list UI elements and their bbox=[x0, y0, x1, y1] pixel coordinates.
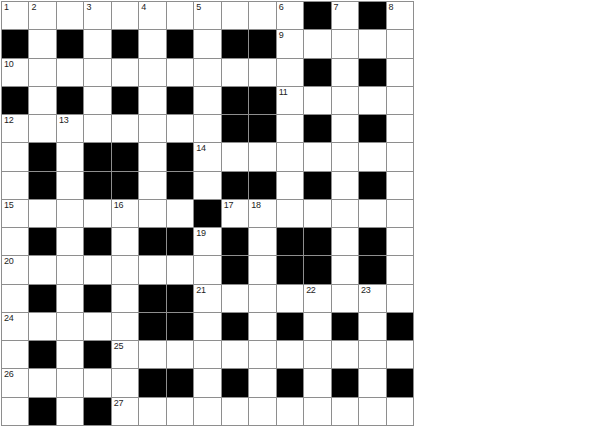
white-cell[interactable] bbox=[167, 256, 193, 283]
white-cell[interactable] bbox=[57, 369, 83, 396]
white-cell[interactable] bbox=[277, 172, 303, 199]
white-cell[interactable]: 3 bbox=[84, 2, 110, 29]
white-cell[interactable] bbox=[222, 143, 248, 170]
black-cell bbox=[359, 256, 385, 283]
clue-number: 15 bbox=[4, 200, 13, 210]
black-cell bbox=[167, 172, 193, 199]
white-cell[interactable] bbox=[139, 172, 165, 199]
white-cell[interactable] bbox=[194, 369, 220, 396]
black-cell bbox=[249, 172, 275, 199]
white-cell[interactable] bbox=[29, 87, 55, 114]
white-cell[interactable] bbox=[84, 59, 110, 86]
black-cell bbox=[249, 87, 275, 114]
white-cell[interactable] bbox=[57, 2, 83, 29]
black-cell bbox=[112, 30, 138, 57]
white-cell[interactable] bbox=[29, 200, 55, 227]
white-cell[interactable] bbox=[332, 172, 358, 199]
white-cell[interactable] bbox=[332, 30, 358, 57]
white-cell[interactable] bbox=[139, 115, 165, 142]
white-cell[interactable] bbox=[222, 341, 248, 368]
black-cell bbox=[2, 30, 28, 57]
white-cell[interactable] bbox=[2, 285, 28, 312]
white-cell[interactable]: 6 bbox=[277, 2, 303, 29]
clue-number: 10 bbox=[4, 59, 13, 69]
white-cell[interactable] bbox=[194, 59, 220, 86]
white-cell[interactable] bbox=[139, 256, 165, 283]
black-cell bbox=[167, 143, 193, 170]
white-cell[interactable] bbox=[57, 398, 83, 425]
clue-number: 7 bbox=[334, 2, 339, 12]
white-cell[interactable] bbox=[387, 200, 413, 227]
clue-number: 24 bbox=[4, 313, 13, 323]
white-cell[interactable] bbox=[84, 87, 110, 114]
white-cell[interactable]: 25 bbox=[112, 341, 138, 368]
white-cell[interactable] bbox=[387, 115, 413, 142]
white-cell[interactable] bbox=[84, 30, 110, 57]
white-cell[interactable] bbox=[222, 285, 248, 312]
black-cell bbox=[29, 172, 55, 199]
white-cell[interactable] bbox=[387, 228, 413, 255]
black-cell bbox=[84, 341, 110, 368]
clue-number: 19 bbox=[196, 228, 205, 238]
black-cell bbox=[387, 369, 413, 396]
white-cell[interactable] bbox=[332, 285, 358, 312]
white-cell[interactable] bbox=[194, 172, 220, 199]
black-cell bbox=[332, 369, 358, 396]
white-cell[interactable] bbox=[387, 341, 413, 368]
white-cell[interactable] bbox=[359, 143, 385, 170]
white-cell[interactable] bbox=[194, 256, 220, 283]
white-cell[interactable] bbox=[387, 398, 413, 425]
clue-number: 25 bbox=[114, 341, 123, 351]
white-cell[interactable] bbox=[57, 285, 83, 312]
white-cell[interactable] bbox=[359, 369, 385, 396]
white-cell[interactable] bbox=[84, 256, 110, 283]
white-cell[interactable] bbox=[222, 398, 248, 425]
white-cell[interactable] bbox=[304, 30, 330, 57]
white-cell[interactable] bbox=[332, 59, 358, 86]
white-cell[interactable]: 14 bbox=[194, 143, 220, 170]
white-cell[interactable] bbox=[387, 256, 413, 283]
clue-number: 2 bbox=[31, 2, 36, 12]
black-cell bbox=[139, 228, 165, 255]
white-cell[interactable] bbox=[29, 115, 55, 142]
black-cell bbox=[222, 172, 248, 199]
black-cell bbox=[304, 59, 330, 86]
white-cell[interactable] bbox=[249, 369, 275, 396]
white-cell[interactable] bbox=[249, 228, 275, 255]
white-cell[interactable] bbox=[304, 143, 330, 170]
clue-number: 16 bbox=[114, 200, 123, 210]
white-cell[interactable] bbox=[57, 341, 83, 368]
white-cell[interactable]: 21 bbox=[194, 285, 220, 312]
black-cell bbox=[84, 172, 110, 199]
clue-number: 3 bbox=[86, 2, 91, 12]
white-cell[interactable] bbox=[249, 285, 275, 312]
white-cell[interactable] bbox=[57, 172, 83, 199]
white-cell[interactable] bbox=[167, 59, 193, 86]
white-cell[interactable] bbox=[139, 200, 165, 227]
black-cell bbox=[112, 143, 138, 170]
clue-number: 20 bbox=[4, 256, 13, 266]
black-cell bbox=[84, 398, 110, 425]
black-cell bbox=[277, 228, 303, 255]
white-cell[interactable] bbox=[2, 341, 28, 368]
white-cell[interactable]: 16 bbox=[112, 200, 138, 227]
white-cell[interactable]: 7 bbox=[332, 2, 358, 29]
white-cell[interactable] bbox=[249, 398, 275, 425]
black-cell bbox=[222, 313, 248, 340]
black-cell bbox=[84, 228, 110, 255]
white-cell[interactable] bbox=[167, 2, 193, 29]
white-cell[interactable] bbox=[277, 341, 303, 368]
clue-number: 14 bbox=[196, 143, 205, 153]
white-cell[interactable] bbox=[304, 87, 330, 114]
white-cell[interactable] bbox=[359, 313, 385, 340]
white-cell[interactable]: 22 bbox=[304, 285, 330, 312]
white-cell[interactable] bbox=[304, 341, 330, 368]
white-cell[interactable] bbox=[2, 228, 28, 255]
clue-number: 6 bbox=[279, 2, 284, 12]
white-cell[interactable] bbox=[332, 143, 358, 170]
clue-number: 17 bbox=[224, 200, 233, 210]
black-cell bbox=[222, 30, 248, 57]
clue-number: 23 bbox=[361, 285, 370, 295]
clue-number: 8 bbox=[389, 2, 394, 12]
white-cell[interactable]: 27 bbox=[112, 398, 138, 425]
black-cell bbox=[249, 30, 275, 57]
black-cell bbox=[222, 115, 248, 142]
black-cell bbox=[29, 285, 55, 312]
clue-number: 9 bbox=[279, 30, 284, 40]
black-cell bbox=[359, 228, 385, 255]
black-cell bbox=[139, 313, 165, 340]
clue-number: 27 bbox=[114, 398, 123, 408]
white-cell[interactable] bbox=[304, 398, 330, 425]
white-cell[interactable] bbox=[277, 398, 303, 425]
white-cell[interactable] bbox=[112, 59, 138, 86]
black-cell bbox=[57, 30, 83, 57]
white-cell[interactable]: 26 bbox=[2, 369, 28, 396]
white-cell[interactable] bbox=[167, 341, 193, 368]
white-cell[interactable] bbox=[139, 59, 165, 86]
black-cell bbox=[222, 228, 248, 255]
white-cell[interactable] bbox=[304, 313, 330, 340]
white-cell[interactable] bbox=[277, 59, 303, 86]
black-cell bbox=[359, 2, 385, 29]
white-cell[interactable] bbox=[29, 256, 55, 283]
white-cell[interactable] bbox=[84, 369, 110, 396]
white-cell[interactable] bbox=[112, 228, 138, 255]
black-cell bbox=[359, 59, 385, 86]
white-cell[interactable]: 2 bbox=[29, 2, 55, 29]
white-cell[interactable] bbox=[29, 59, 55, 86]
white-cell[interactable] bbox=[57, 59, 83, 86]
white-cell[interactable] bbox=[332, 256, 358, 283]
white-cell[interactable] bbox=[57, 313, 83, 340]
white-cell[interactable] bbox=[112, 369, 138, 396]
white-cell[interactable] bbox=[387, 285, 413, 312]
clue-number: 21 bbox=[196, 285, 205, 295]
white-cell[interactable] bbox=[29, 30, 55, 57]
white-cell[interactable]: 24 bbox=[2, 313, 28, 340]
black-cell bbox=[167, 228, 193, 255]
crossword-grid: 1234567891011121314151617181920212223242… bbox=[1, 1, 414, 426]
white-cell[interactable] bbox=[249, 256, 275, 283]
white-cell[interactable] bbox=[387, 87, 413, 114]
white-cell[interactable] bbox=[249, 143, 275, 170]
white-cell[interactable] bbox=[277, 200, 303, 227]
black-cell bbox=[167, 313, 193, 340]
white-cell[interactable] bbox=[112, 256, 138, 283]
black-cell bbox=[332, 313, 358, 340]
white-cell[interactable] bbox=[84, 115, 110, 142]
white-cell[interactable] bbox=[332, 87, 358, 114]
white-cell[interactable] bbox=[29, 369, 55, 396]
clue-number: 1 bbox=[4, 2, 9, 12]
white-cell[interactable] bbox=[387, 143, 413, 170]
black-cell bbox=[2, 87, 28, 114]
white-cell[interactable] bbox=[194, 30, 220, 57]
white-cell[interactable] bbox=[57, 256, 83, 283]
white-cell[interactable]: 1 bbox=[2, 2, 28, 29]
black-cell bbox=[57, 87, 83, 114]
black-cell bbox=[277, 313, 303, 340]
black-cell bbox=[167, 87, 193, 114]
black-cell bbox=[222, 369, 248, 396]
black-cell bbox=[167, 30, 193, 57]
white-cell[interactable]: 10 bbox=[2, 59, 28, 86]
white-cell[interactable] bbox=[359, 341, 385, 368]
black-cell bbox=[359, 115, 385, 142]
black-cell bbox=[194, 200, 220, 227]
white-cell[interactable] bbox=[222, 2, 248, 29]
black-cell bbox=[112, 87, 138, 114]
black-cell bbox=[304, 2, 330, 29]
white-cell[interactable] bbox=[222, 59, 248, 86]
white-cell[interactable] bbox=[387, 30, 413, 57]
white-cell[interactable] bbox=[139, 87, 165, 114]
white-cell[interactable] bbox=[84, 200, 110, 227]
white-cell[interactable] bbox=[277, 285, 303, 312]
white-cell[interactable] bbox=[167, 200, 193, 227]
clue-number: 26 bbox=[4, 369, 13, 379]
black-cell bbox=[359, 172, 385, 199]
white-cell[interactable] bbox=[194, 313, 220, 340]
black-cell bbox=[304, 115, 330, 142]
white-cell[interactable] bbox=[139, 143, 165, 170]
white-cell[interactable] bbox=[57, 143, 83, 170]
black-cell bbox=[139, 369, 165, 396]
white-cell[interactable] bbox=[112, 2, 138, 29]
clue-number: 18 bbox=[251, 200, 260, 210]
page: 1234567891011121314151617181920212223242… bbox=[0, 0, 601, 427]
black-cell bbox=[29, 143, 55, 170]
white-cell[interactable] bbox=[2, 172, 28, 199]
black-cell bbox=[222, 87, 248, 114]
white-cell[interactable] bbox=[112, 115, 138, 142]
clue-number: 4 bbox=[141, 2, 146, 12]
black-cell bbox=[249, 115, 275, 142]
white-cell[interactable] bbox=[167, 398, 193, 425]
black-cell bbox=[84, 285, 110, 312]
white-cell[interactable] bbox=[139, 398, 165, 425]
white-cell[interactable] bbox=[332, 341, 358, 368]
black-cell bbox=[29, 341, 55, 368]
white-cell[interactable] bbox=[112, 285, 138, 312]
white-cell[interactable] bbox=[139, 341, 165, 368]
white-cell[interactable] bbox=[249, 313, 275, 340]
white-cell[interactable] bbox=[277, 143, 303, 170]
white-cell[interactable]: 9 bbox=[277, 30, 303, 57]
black-cell bbox=[277, 369, 303, 396]
clue-number: 22 bbox=[306, 285, 315, 295]
white-cell[interactable]: 15 bbox=[2, 200, 28, 227]
white-cell[interactable] bbox=[194, 398, 220, 425]
white-cell[interactable] bbox=[387, 59, 413, 86]
black-cell bbox=[29, 398, 55, 425]
white-cell[interactable]: 4 bbox=[139, 2, 165, 29]
white-cell[interactable] bbox=[2, 398, 28, 425]
white-cell[interactable] bbox=[2, 143, 28, 170]
white-cell[interactable]: 8 bbox=[387, 2, 413, 29]
black-cell bbox=[387, 313, 413, 340]
black-cell bbox=[222, 256, 248, 283]
white-cell[interactable] bbox=[194, 341, 220, 368]
white-cell[interactable] bbox=[359, 30, 385, 57]
white-cell[interactable] bbox=[29, 313, 55, 340]
white-cell[interactable] bbox=[84, 313, 110, 340]
black-cell bbox=[139, 285, 165, 312]
white-cell[interactable] bbox=[359, 200, 385, 227]
white-cell[interactable] bbox=[167, 115, 193, 142]
white-cell[interactable] bbox=[332, 228, 358, 255]
black-cell bbox=[167, 285, 193, 312]
white-cell[interactable] bbox=[387, 172, 413, 199]
white-cell[interactable] bbox=[249, 2, 275, 29]
black-cell bbox=[29, 228, 55, 255]
black-cell bbox=[277, 256, 303, 283]
white-cell[interactable]: 20 bbox=[2, 256, 28, 283]
white-cell[interactable]: 5 bbox=[194, 2, 220, 29]
white-cell[interactable] bbox=[332, 115, 358, 142]
white-cell[interactable]: 13 bbox=[57, 115, 83, 142]
clue-number: 13 bbox=[59, 115, 68, 125]
white-cell[interactable] bbox=[277, 115, 303, 142]
white-cell[interactable] bbox=[332, 398, 358, 425]
black-cell bbox=[84, 143, 110, 170]
white-cell[interactable] bbox=[139, 30, 165, 57]
clue-number: 12 bbox=[4, 115, 13, 125]
clue-number: 11 bbox=[279, 87, 288, 97]
white-cell[interactable] bbox=[304, 200, 330, 227]
white-cell[interactable]: 12 bbox=[2, 115, 28, 142]
clue-number: 5 bbox=[196, 2, 201, 12]
black-cell bbox=[167, 369, 193, 396]
black-cell bbox=[304, 256, 330, 283]
white-cell[interactable]: 23 bbox=[359, 285, 385, 312]
white-cell[interactable]: 17 bbox=[222, 200, 248, 227]
white-cell[interactable] bbox=[249, 59, 275, 86]
white-cell[interactable]: 18 bbox=[249, 200, 275, 227]
white-cell[interactable] bbox=[112, 313, 138, 340]
white-cell[interactable] bbox=[57, 200, 83, 227]
white-cell[interactable] bbox=[359, 398, 385, 425]
white-cell[interactable] bbox=[249, 341, 275, 368]
white-cell[interactable] bbox=[57, 228, 83, 255]
white-cell[interactable] bbox=[194, 115, 220, 142]
black-cell bbox=[304, 228, 330, 255]
white-cell[interactable] bbox=[332, 200, 358, 227]
white-cell[interactable]: 19 bbox=[194, 228, 220, 255]
black-cell bbox=[112, 172, 138, 199]
white-cell[interactable] bbox=[359, 87, 385, 114]
white-cell[interactable] bbox=[304, 369, 330, 396]
white-cell[interactable] bbox=[194, 87, 220, 114]
black-cell bbox=[304, 172, 330, 199]
white-cell[interactable]: 11 bbox=[277, 87, 303, 114]
